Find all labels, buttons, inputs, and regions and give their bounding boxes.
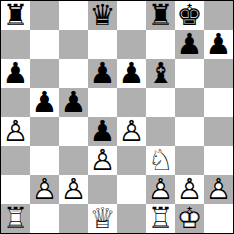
piece-white-pawn: ♟♙ [117, 117, 146, 146]
square-b3[interactable] [30, 146, 59, 175]
piece-glyph: ♟ [117, 59, 146, 88]
square-c3[interactable] [59, 146, 88, 175]
square-e6[interactable]: ♟ [117, 59, 146, 88]
piece-outline-layer: ♙ [59, 175, 88, 204]
piece-glyph: ♟ [204, 30, 233, 59]
square-d8[interactable]: ♛ [88, 1, 117, 30]
square-g4[interactable] [175, 117, 204, 146]
square-h3[interactable] [204, 146, 233, 175]
chess-board: ♜♛♜♚♟♟♟♟♟♝♟♟♟♙♟♟♙♟♙♞♘♟♙♟♙♟♙♟♙♟♙♜♖♛♕♜♖♚♔ [0, 0, 234, 234]
square-f5[interactable] [146, 88, 175, 117]
square-h2[interactable]: ♟♙ [204, 175, 233, 204]
square-e3[interactable] [117, 146, 146, 175]
square-a6[interactable]: ♟ [1, 59, 30, 88]
piece-glyph: ♟ [59, 88, 88, 117]
piece-white-rook: ♜♖ [1, 204, 30, 233]
piece-outline-layer: ♙ [88, 146, 117, 175]
square-e7[interactable] [117, 30, 146, 59]
piece-white-pawn: ♟♙ [30, 175, 59, 204]
piece-black-pawn: ♟ [1, 59, 30, 88]
piece-white-pawn: ♟♙ [59, 175, 88, 204]
square-d6[interactable]: ♟ [88, 59, 117, 88]
square-b8[interactable] [30, 1, 59, 30]
piece-outline-layer: ♕ [88, 204, 117, 233]
square-g6[interactable] [175, 59, 204, 88]
square-e2[interactable] [117, 175, 146, 204]
piece-white-pawn: ♟♙ [204, 175, 233, 204]
square-f3[interactable]: ♞♘ [146, 146, 175, 175]
square-a1[interactable]: ♜♖ [1, 204, 30, 233]
chess-board-grid: ♜♛♜♚♟♟♟♟♟♝♟♟♟♙♟♟♙♟♙♞♘♟♙♟♙♟♙♟♙♟♙♜♖♛♕♜♖♚♔ [1, 1, 233, 233]
square-e4[interactable]: ♟♙ [117, 117, 146, 146]
piece-outline-layer: ♙ [1, 117, 30, 146]
piece-glyph: ♟ [1, 59, 30, 88]
square-c4[interactable] [59, 117, 88, 146]
piece-white-queen: ♛♕ [88, 204, 117, 233]
square-d7[interactable] [88, 30, 117, 59]
piece-white-knight: ♞♘ [146, 146, 175, 175]
square-g7[interactable]: ♟ [175, 30, 204, 59]
square-h5[interactable] [204, 88, 233, 117]
square-c5[interactable]: ♟ [59, 88, 88, 117]
square-a7[interactable] [1, 30, 30, 59]
piece-glyph: ♟ [175, 30, 204, 59]
piece-black-pawn: ♟ [30, 88, 59, 117]
piece-black-bishop: ♝ [146, 59, 175, 88]
square-b5[interactable]: ♟ [30, 88, 59, 117]
square-f1[interactable]: ♜♖ [146, 204, 175, 233]
piece-white-pawn: ♟♙ [146, 175, 175, 204]
square-a5[interactable] [1, 88, 30, 117]
piece-black-pawn: ♟ [59, 88, 88, 117]
square-b1[interactable] [30, 204, 59, 233]
piece-white-rook: ♜♖ [146, 204, 175, 233]
square-h7[interactable]: ♟ [204, 30, 233, 59]
piece-black-pawn: ♟ [88, 59, 117, 88]
piece-black-king: ♚ [175, 1, 204, 30]
piece-black-rook: ♜ [146, 1, 175, 30]
square-c7[interactable] [59, 30, 88, 59]
piece-outline-layer: ♙ [117, 117, 146, 146]
square-e1[interactable] [117, 204, 146, 233]
piece-white-king: ♚♔ [175, 204, 204, 233]
square-f7[interactable] [146, 30, 175, 59]
square-e8[interactable] [117, 1, 146, 30]
piece-outline-layer: ♘ [146, 146, 175, 175]
square-b6[interactable] [30, 59, 59, 88]
square-f2[interactable]: ♟♙ [146, 175, 175, 204]
square-f8[interactable]: ♜ [146, 1, 175, 30]
square-b2[interactable]: ♟♙ [30, 175, 59, 204]
piece-outline-layer: ♙ [204, 175, 233, 204]
square-a4[interactable]: ♟♙ [1, 117, 30, 146]
square-a2[interactable] [1, 175, 30, 204]
square-f4[interactable] [146, 117, 175, 146]
square-g5[interactable] [175, 88, 204, 117]
square-h6[interactable] [204, 59, 233, 88]
square-c8[interactable] [59, 1, 88, 30]
piece-glyph: ♝ [146, 59, 175, 88]
square-a8[interactable]: ♜ [1, 1, 30, 30]
piece-white-pawn: ♟♙ [175, 175, 204, 204]
square-e5[interactable] [117, 88, 146, 117]
square-g8[interactable]: ♚ [175, 1, 204, 30]
square-d3[interactable]: ♟♙ [88, 146, 117, 175]
square-h8[interactable] [204, 1, 233, 30]
piece-white-pawn: ♟♙ [88, 146, 117, 175]
square-g1[interactable]: ♚♔ [175, 204, 204, 233]
piece-outline-layer: ♖ [1, 204, 30, 233]
piece-black-pawn: ♟ [204, 30, 233, 59]
piece-outline-layer: ♙ [175, 175, 204, 204]
square-d4[interactable]: ♟ [88, 117, 117, 146]
square-d1[interactable]: ♛♕ [88, 204, 117, 233]
square-g2[interactable]: ♟♙ [175, 175, 204, 204]
square-c1[interactable] [59, 204, 88, 233]
square-b4[interactable] [30, 117, 59, 146]
square-f6[interactable]: ♝ [146, 59, 175, 88]
piece-black-pawn: ♟ [88, 117, 117, 146]
piece-black-pawn: ♟ [175, 30, 204, 59]
piece-black-rook: ♜ [1, 1, 30, 30]
piece-glyph: ♛ [88, 1, 117, 30]
piece-glyph: ♜ [146, 1, 175, 30]
square-a3[interactable] [1, 146, 30, 175]
square-h4[interactable] [204, 117, 233, 146]
piece-glyph: ♟ [88, 117, 117, 146]
piece-glyph: ♚ [175, 1, 204, 30]
piece-glyph: ♟ [30, 88, 59, 117]
piece-outline-layer: ♔ [175, 204, 204, 233]
square-c6[interactable] [59, 59, 88, 88]
piece-black-queen: ♛ [88, 1, 117, 30]
piece-white-pawn: ♟♙ [1, 117, 30, 146]
piece-glyph: ♜ [1, 1, 30, 30]
square-g3[interactable] [175, 146, 204, 175]
piece-outline-layer: ♖ [146, 204, 175, 233]
piece-black-pawn: ♟ [117, 59, 146, 88]
square-b7[interactable] [30, 30, 59, 59]
piece-outline-layer: ♙ [30, 175, 59, 204]
square-c2[interactable]: ♟♙ [59, 175, 88, 204]
square-d5[interactable] [88, 88, 117, 117]
piece-glyph: ♟ [88, 59, 117, 88]
square-d2[interactable] [88, 175, 117, 204]
piece-outline-layer: ♙ [146, 175, 175, 204]
square-h1[interactable] [204, 204, 233, 233]
